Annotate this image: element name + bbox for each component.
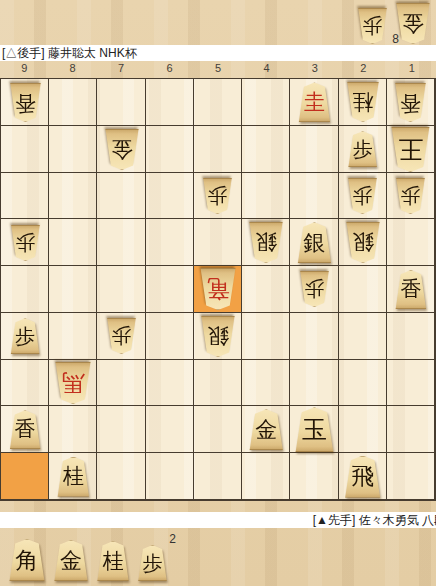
piece-gote-pawn: 歩 — [299, 271, 330, 307]
board-square-5g[interactable] — [194, 360, 242, 407]
board-square-7d[interactable] — [97, 219, 145, 266]
piece-glyph: 桂 — [346, 82, 380, 122]
piece-gote-king: 王 — [390, 127, 431, 172]
board-square-4g[interactable] — [242, 360, 290, 407]
board-square-9f[interactable]: 歩 — [1, 313, 49, 360]
board-square-5d[interactable] — [194, 219, 242, 266]
board-square-9c[interactable] — [1, 173, 49, 220]
board-square-1d[interactable] — [387, 219, 435, 266]
board-square-4i[interactable] — [242, 453, 290, 500]
gote-player-text: [△後手] 藤井聡太 NHK杯 — [2, 46, 137, 60]
piece-sente-lance: 香 — [394, 270, 427, 309]
piece-glyph: 香 — [394, 270, 427, 309]
piece-glyph: 圭 — [297, 82, 331, 122]
board-square-3b[interactable] — [290, 126, 338, 173]
hand-piece-sente-bishop[interactable]: 角 — [8, 539, 46, 581]
spacer — [0, 501, 436, 512]
piece-gote-lance: 香 — [394, 83, 427, 122]
board-square-5a[interactable] — [194, 79, 242, 126]
board-square-5i[interactable] — [194, 453, 242, 500]
piece-glyph: 金 — [104, 129, 140, 170]
board-square-5e[interactable]: 竜 — [194, 266, 242, 313]
board-square-6c[interactable] — [146, 173, 194, 220]
board-square-8g[interactable]: 馬 — [49, 360, 97, 407]
piece-glyph: 角 — [8, 539, 46, 581]
gote-hand: 歩8金 — [357, 3, 431, 44]
piece-glyph: 歩 — [395, 178, 426, 214]
board-square-9a[interactable]: 香 — [1, 79, 49, 126]
sente-player-text: [▲先手] 佐々木勇気 八段 — [313, 512, 436, 528]
sente-hand-area: 角金桂歩2 — [0, 528, 436, 585]
piece-sente-pawn: 歩 — [10, 318, 41, 354]
board-square-7g[interactable] — [97, 360, 145, 407]
piece-gote-silver: 銀 — [200, 316, 236, 357]
board-square-6i[interactable] — [146, 453, 194, 500]
board-square-2h[interactable] — [339, 406, 387, 453]
board-square-6a[interactable] — [146, 79, 194, 126]
piece-sente-pawn: 歩 — [137, 545, 168, 581]
hand-piece-sente-pawn[interactable]: 歩2 — [137, 545, 168, 581]
piece-glyph: 歩 — [357, 8, 388, 44]
board-square-7c[interactable] — [97, 173, 145, 220]
gote-hand-area: 歩8金 — [0, 0, 436, 45]
piece-glyph: 金 — [53, 540, 89, 581]
board-square-3f[interactable] — [290, 313, 338, 360]
board-square-2f[interactable] — [339, 313, 387, 360]
board-square-4d[interactable]: 銀 — [242, 219, 290, 266]
piece-gote-pawn: 歩 — [347, 178, 378, 214]
piece-glyph: 玉 — [294, 407, 335, 452]
piece-gote-gold: 金 — [104, 129, 140, 170]
board-square-1a[interactable]: 香 — [387, 79, 435, 126]
piece-gote-pawn: 歩 — [202, 178, 233, 214]
hand-piece-gote-pawn[interactable]: 歩8 — [357, 8, 388, 44]
board-square-6e[interactable] — [146, 266, 194, 313]
board-square-3d[interactable]: 銀 — [290, 219, 338, 266]
board-square-5b[interactable] — [194, 126, 242, 173]
board-square-2a[interactable]: 桂 — [339, 79, 387, 126]
piece-glyph: 歩 — [10, 318, 41, 354]
board-square-6g[interactable] — [146, 360, 194, 407]
shogi-app: 歩8金 [△後手] 藤井聡太 NHK杯 987654321 香圭桂香金歩王歩歩歩… — [0, 0, 436, 586]
piece-sente-gold: 金 — [248, 409, 284, 450]
board-square-3a[interactable]: 圭 — [290, 79, 338, 126]
piece-glyph: 銀 — [345, 222, 381, 263]
file-label-2: 2 — [339, 61, 387, 78]
file-label-9: 9 — [0, 61, 48, 78]
board-square-1g[interactable] — [387, 360, 435, 407]
board-square-9i[interactable] — [1, 453, 49, 500]
board-square-1e[interactable]: 香 — [387, 266, 435, 313]
piece-sente-gold: 金 — [53, 540, 89, 581]
board-square-8h[interactable] — [49, 406, 97, 453]
piece-gote-lance: 香 — [9, 83, 42, 122]
piece-glyph: 歩 — [10, 225, 41, 261]
piece-sente-knight: 桂 — [56, 457, 90, 497]
board-square-7e[interactable] — [97, 266, 145, 313]
board-square-2i[interactable]: 飛 — [339, 453, 387, 500]
piece-sente-lance: 香 — [9, 410, 42, 449]
board-square-7a[interactable] — [97, 79, 145, 126]
piece-glyph: 歩 — [299, 271, 330, 307]
piece-sente-king: 玉 — [294, 407, 335, 452]
piece-gote-dragon: 竜 — [199, 268, 237, 310]
board-square-4h[interactable]: 金 — [242, 406, 290, 453]
board-square-1c[interactable]: 歩 — [387, 173, 435, 220]
board-square-9b[interactable] — [1, 126, 49, 173]
board-square-1i[interactable] — [387, 453, 435, 500]
board-square-2c[interactable]: 歩 — [339, 173, 387, 220]
board-square-6b[interactable] — [146, 126, 194, 173]
shogi-board: 香圭桂香金歩王歩歩歩歩銀銀銀竜歩香歩歩銀馬香金玉桂飛 — [0, 78, 436, 501]
board-square-2d[interactable]: 銀 — [339, 219, 387, 266]
piece-sente-pawn: 歩 — [347, 131, 378, 167]
board-square-4b[interactable] — [242, 126, 290, 173]
board-square-8e[interactable] — [49, 266, 97, 313]
board-square-3h[interactable]: 玉 — [290, 406, 338, 453]
board-square-6h[interactable] — [146, 406, 194, 453]
file-label-7: 7 — [97, 61, 145, 78]
board-square-8c[interactable] — [49, 173, 97, 220]
piece-glyph: 竜 — [199, 268, 237, 310]
board-square-7h[interactable] — [97, 406, 145, 453]
piece-gote-silver: 銀 — [345, 222, 381, 263]
piece-glyph: 王 — [390, 127, 431, 172]
piece-glyph: 歩 — [202, 178, 233, 214]
sente-player-label: [▲先手] 佐々木勇気 八段 — [0, 512, 436, 528]
piece-sente-bishop: 角 — [8, 539, 46, 581]
piece-gote-horse: 馬 — [54, 362, 92, 404]
board-square-5f[interactable]: 銀 — [194, 313, 242, 360]
piece-glyph: 銀 — [248, 222, 284, 263]
piece-glyph: 飛 — [344, 456, 382, 498]
board-square-8f[interactable] — [49, 313, 97, 360]
board-square-3g[interactable] — [290, 360, 338, 407]
board-square-8i[interactable]: 桂 — [49, 453, 97, 500]
hand-piece-sente-gold[interactable]: 金 — [53, 540, 89, 581]
piece-gote-gold: 金 — [395, 3, 431, 44]
piece-gote-pawn: 歩 — [106, 318, 137, 354]
piece-sente-knight: 桂 — [96, 541, 130, 581]
board-square-3c[interactable] — [290, 173, 338, 220]
file-label-5: 5 — [194, 61, 242, 78]
piece-glyph: 香 — [9, 410, 42, 449]
piece-glyph: 歩 — [347, 131, 378, 167]
file-label-6: 6 — [145, 61, 193, 78]
board-square-7f[interactable]: 歩 — [97, 313, 145, 360]
piece-gote-pawn: 歩 — [395, 178, 426, 214]
piece-glyph: 銀 — [200, 316, 236, 357]
hand-piece-gote-gold[interactable]: 金 — [395, 3, 431, 44]
piece-glyph: 歩 — [347, 178, 378, 214]
piece-sente-promoted-knight: 圭 — [297, 82, 331, 122]
file-label-3: 3 — [291, 61, 339, 78]
piece-gote-pawn: 歩 — [10, 225, 41, 261]
board-square-9g[interactable] — [1, 360, 49, 407]
file-label-8: 8 — [48, 61, 96, 78]
board-square-9e[interactable] — [1, 266, 49, 313]
board-square-9h[interactable]: 香 — [1, 406, 49, 453]
piece-gote-knight: 桂 — [346, 82, 380, 122]
file-labels: 987654321 — [0, 61, 436, 78]
board-square-2e[interactable] — [339, 266, 387, 313]
board-square-4e[interactable] — [242, 266, 290, 313]
board-square-7b[interactable]: 金 — [97, 126, 145, 173]
piece-glyph: 香 — [394, 83, 427, 122]
piece-glyph: 金 — [248, 409, 284, 450]
board-square-1f[interactable] — [387, 313, 435, 360]
sente-hand: 角金桂歩2 — [8, 539, 168, 581]
board-square-6d[interactable] — [146, 219, 194, 266]
piece-glyph: 香 — [9, 83, 42, 122]
board-square-8d[interactable] — [49, 219, 97, 266]
board-square-4c[interactable] — [242, 173, 290, 220]
board-square-9d[interactable]: 歩 — [1, 219, 49, 266]
board-square-8b[interactable] — [49, 126, 97, 173]
file-label-1: 1 — [388, 61, 436, 78]
board-square-4a[interactable] — [242, 79, 290, 126]
piece-glyph: 金 — [395, 3, 431, 44]
board-square-2g[interactable] — [339, 360, 387, 407]
piece-sente-silver: 銀 — [296, 222, 332, 263]
gote-player-label: [△後手] 藤井聡太 NHK杯 — [0, 45, 436, 61]
piece-gote-silver: 銀 — [248, 222, 284, 263]
board-square-2b[interactable]: 歩 — [339, 126, 387, 173]
board-square-5c[interactable]: 歩 — [194, 173, 242, 220]
piece-glyph: 馬 — [54, 362, 92, 404]
piece-glyph: 歩 — [137, 545, 168, 581]
piece-glyph: 桂 — [56, 457, 90, 497]
board-square-1b[interactable]: 王 — [387, 126, 435, 173]
board-square-3i[interactable] — [290, 453, 338, 500]
board-square-3e[interactable]: 歩 — [290, 266, 338, 313]
file-label-4: 4 — [242, 61, 290, 78]
piece-sente-rook: 飛 — [344, 456, 382, 498]
piece-glyph: 歩 — [106, 318, 137, 354]
hand-piece-sente-knight[interactable]: 桂 — [96, 541, 130, 581]
board-square-4f[interactable] — [242, 313, 290, 360]
piece-glyph: 桂 — [96, 541, 130, 581]
board-square-6f[interactable] — [146, 313, 194, 360]
board-square-5h[interactable] — [194, 406, 242, 453]
board-square-1h[interactable] — [387, 406, 435, 453]
board-square-7i[interactable] — [97, 453, 145, 500]
piece-gote-pawn: 歩 — [357, 8, 388, 44]
hand-piece-count: 2 — [169, 532, 176, 546]
piece-glyph: 銀 — [296, 222, 332, 263]
board-square-8a[interactable] — [49, 79, 97, 126]
